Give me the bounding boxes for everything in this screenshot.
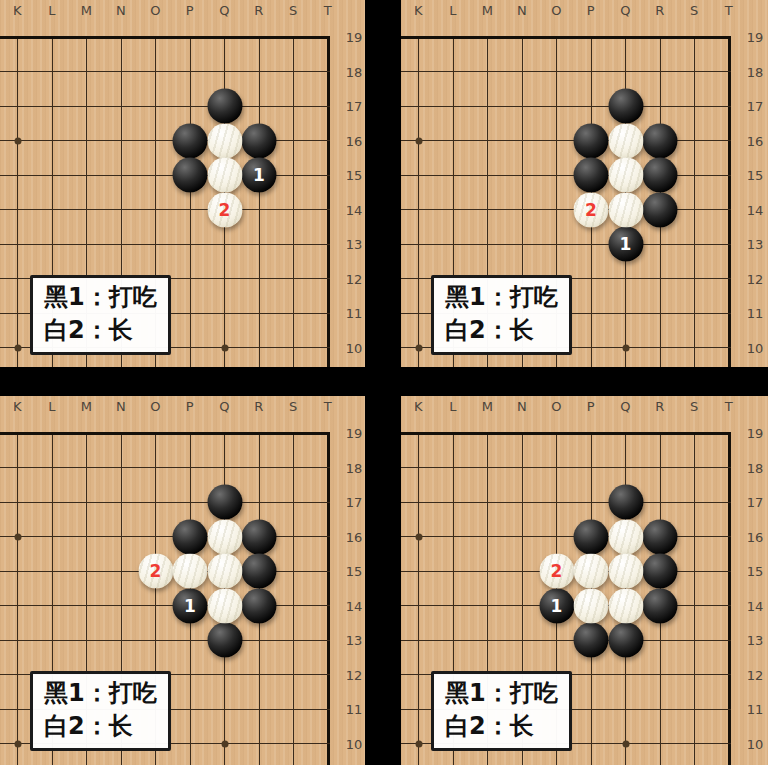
grid-line-horizontal [0,605,330,606]
grid-line-vertical [259,36,260,368]
column-label-s: S [690,399,699,414]
column-label-m: M [482,399,494,414]
white-stone-p14 [574,588,609,623]
grid-line-horizontal [0,502,330,503]
move-caption-1: 黑1：打吃 白2：长 [30,275,171,355]
black-stone-p14: 1 [173,588,208,623]
black-stone-q17 [207,89,242,124]
black-stone-r16 [242,519,277,554]
move-caption-4: 黑1：打吃 白2：长 [431,671,572,751]
black-stone-q13 [608,623,643,658]
black-stone-q17 [207,485,242,520]
black-stone-r16 [242,123,277,158]
row-label-12: 12 [740,271,768,286]
row-label-14: 14 [740,598,768,613]
column-label-r: R [254,399,264,414]
column-label-m: M [81,399,93,414]
row-label-11: 11 [339,306,365,321]
grid-line-horizontal [401,106,731,107]
row-label-19: 19 [339,30,365,45]
row-label-18: 18 [740,64,768,79]
black-stone-q13: 1 [608,227,643,262]
white-stone-q16 [207,519,242,554]
row-label-17: 17 [740,495,768,510]
column-label-m: M [81,3,93,18]
column-label-o: O [551,3,562,18]
caption-white-move: 白2：长 [445,710,558,743]
row-label-19: 19 [740,30,768,45]
grid-line-vertical [17,36,18,368]
white-stone-o15: 2 [539,554,574,589]
column-label-s: S [289,3,298,18]
row-label-11: 11 [339,702,365,717]
board-edge-top [0,36,330,39]
column-label-t: T [324,3,332,18]
column-label-s: S [690,3,699,18]
column-label-p: P [186,3,194,18]
black-stone-r14 [643,588,678,623]
column-label-t: T [725,3,733,18]
column-label-k: K [13,3,22,18]
grid-line-horizontal [0,209,330,210]
column-label-o: O [551,399,562,414]
star-point-k10 [415,344,422,351]
row-label-17: 17 [339,99,365,114]
star-point-k16 [14,137,21,144]
caption-black-move: 黑1：打吃 [44,677,157,710]
star-point-q10 [221,740,228,747]
black-stone-p15 [574,158,609,193]
column-label-r: R [655,3,665,18]
black-stone-r15: 1 [242,158,277,193]
row-label-19: 19 [339,426,365,441]
column-label-r: R [655,399,665,414]
column-label-l: L [48,399,56,414]
grid-line-horizontal [0,175,330,176]
black-stone-p15 [173,158,208,193]
row-label-16: 16 [740,133,768,148]
grid-line-horizontal [0,71,330,72]
move-number-2: 2 [219,201,231,218]
column-label-q: Q [620,399,631,414]
row-label-13: 13 [339,633,365,648]
column-label-q: Q [219,3,230,18]
star-point-q10 [622,344,629,351]
grid-line-vertical [190,36,191,368]
row-label-15: 15 [740,168,768,183]
grid-line-horizontal [401,175,731,176]
star-point-k10 [415,740,422,747]
board-edge-right [327,432,330,765]
column-label-n: N [116,399,126,414]
grid-line-horizontal [401,71,731,72]
column-label-n: N [517,399,527,414]
column-label-m: M [482,3,494,18]
row-label-13: 13 [740,633,768,648]
move-number-2: 2 [585,201,597,218]
row-label-19: 19 [740,426,768,441]
grid-line-vertical [293,36,294,368]
white-stone-o15: 2 [138,554,173,589]
row-label-16: 16 [339,133,365,148]
row-label-10: 10 [740,736,768,751]
grid-line-horizontal [401,536,731,537]
grid-line-vertical [293,432,294,765]
black-stone-r14 [643,192,678,227]
grid-line-horizontal [401,640,731,641]
black-stone-r16 [643,519,678,554]
grid-line-vertical [17,432,18,765]
star-point-k10 [14,740,21,747]
black-stone-p16 [574,123,609,158]
grid-line-horizontal [401,467,731,468]
column-label-q: Q [620,3,631,18]
black-stone-r16 [643,123,678,158]
row-label-15: 15 [339,564,365,579]
move-number-1: 1 [253,167,265,184]
grid-line-horizontal [0,536,330,537]
grid-line-vertical [694,36,695,368]
black-stone-p16 [574,519,609,554]
row-label-10: 10 [339,340,365,355]
row-label-12: 12 [339,667,365,682]
grid-line-vertical [418,36,419,368]
grid-line-vertical [694,432,695,765]
move-number-1: 1 [184,597,196,614]
column-label-k: K [414,399,423,414]
column-label-t: T [324,399,332,414]
go-diagram-2: KLMNOPQRST1918171615141312111012 黑1：打吃 白… [401,0,768,367]
star-point-q10 [221,344,228,351]
move-number-1: 1 [551,597,563,614]
move-caption-3: 黑1：打吃 白2：长 [30,671,171,751]
row-label-11: 11 [740,306,768,321]
row-label-14: 14 [740,202,768,217]
white-stone-q16 [608,519,643,554]
black-stone-q13 [207,623,242,658]
caption-white-move: 白2：长 [445,314,558,347]
white-stone-q15 [608,554,643,589]
star-point-k16 [415,533,422,540]
go-diagram-4: KLMNOPQRST1918171615141312111012 黑1：打吃 白… [401,396,768,765]
diagram-grid: KLMNOPQRST1918171615141312111012 黑1：打吃 白… [0,0,768,765]
black-stone-r15 [242,554,277,589]
grid-line-horizontal [0,106,330,107]
move-number-1: 1 [620,236,632,253]
white-stone-q14 [207,588,242,623]
black-stone-p16 [173,123,208,158]
white-stone-p14: 2 [574,192,609,227]
column-label-l: L [48,3,56,18]
column-label-p: P [587,3,595,18]
row-label-15: 15 [339,168,365,183]
row-label-13: 13 [339,237,365,252]
grid-line-horizontal [0,140,330,141]
column-label-k: K [414,3,423,18]
grid-line-horizontal [401,244,731,245]
board-edge-top [0,432,330,435]
row-label-13: 13 [740,237,768,252]
column-label-s: S [289,399,298,414]
board-edge-right [327,36,330,368]
move-caption-2: 黑1：打吃 白2：长 [431,275,572,355]
grid-line-vertical [418,432,419,765]
grid-line-horizontal [0,244,330,245]
column-label-p: P [587,399,595,414]
white-stone-q14: 2 [207,192,242,227]
grid-line-horizontal [401,502,731,503]
white-stone-q16 [608,123,643,158]
row-label-18: 18 [339,64,365,79]
black-stone-q17 [608,485,643,520]
column-label-n: N [116,3,126,18]
black-stone-r15 [643,554,678,589]
column-label-o: O [150,399,161,414]
row-label-18: 18 [740,460,768,475]
caption-black-move: 黑1：打吃 [445,677,558,710]
grid-line-horizontal [0,640,330,641]
row-label-11: 11 [740,702,768,717]
black-stone-p16 [173,519,208,554]
caption-black-move: 黑1：打吃 [445,281,558,314]
grid-line-horizontal [0,467,330,468]
row-label-15: 15 [740,564,768,579]
black-stone-r14 [242,588,277,623]
white-stone-p15 [574,554,609,589]
column-label-p: P [186,399,194,414]
black-stone-p13 [574,623,609,658]
row-label-10: 10 [339,736,365,751]
row-label-12: 12 [339,271,365,286]
move-number-2: 2 [551,563,563,580]
go-diagram-3: KLMNOPQRST1918171615141312111012 黑1：打吃 白… [0,396,365,765]
star-point-k10 [14,344,21,351]
column-label-t: T [725,399,733,414]
column-label-q: Q [219,399,230,414]
column-label-r: R [254,3,264,18]
board-edge-top [401,432,731,435]
black-stone-q17 [608,89,643,124]
board-edge-right [728,432,731,765]
page-background: { "game": "go", "lesson_topic": "atari a… [0,0,768,765]
grid-line-horizontal [401,209,731,210]
black-stone-r15 [643,158,678,193]
board-edge-top [401,36,731,39]
board-edge-right [728,36,731,368]
column-label-n: N [517,3,527,18]
move-number-2: 2 [150,563,162,580]
row-label-18: 18 [339,460,365,475]
grid-line-horizontal [401,140,731,141]
white-stone-q16 [207,123,242,158]
white-stone-q15 [207,554,242,589]
black-stone-o14: 1 [539,588,574,623]
row-label-14: 14 [339,202,365,217]
caption-white-move: 白2：长 [44,710,157,743]
column-label-l: L [449,3,457,18]
star-point-q10 [622,740,629,747]
row-label-10: 10 [740,340,768,355]
go-diagram-1: KLMNOPQRST1918171615141312111012 黑1：打吃 白… [0,0,365,367]
white-stone-q14 [608,192,643,227]
white-stone-p15 [173,554,208,589]
row-label-17: 17 [339,495,365,510]
row-label-17: 17 [740,99,768,114]
caption-white-move: 白2：长 [44,314,157,347]
row-label-16: 16 [740,529,768,544]
row-label-16: 16 [339,529,365,544]
star-point-k16 [14,533,21,540]
column-label-o: O [150,3,161,18]
star-point-k16 [415,137,422,144]
white-stone-q15 [608,158,643,193]
column-label-l: L [449,399,457,414]
row-label-12: 12 [740,667,768,682]
caption-black-move: 黑1：打吃 [44,281,157,314]
row-label-14: 14 [339,598,365,613]
white-stone-q15 [207,158,242,193]
white-stone-q14 [608,588,643,623]
column-label-k: K [13,399,22,414]
